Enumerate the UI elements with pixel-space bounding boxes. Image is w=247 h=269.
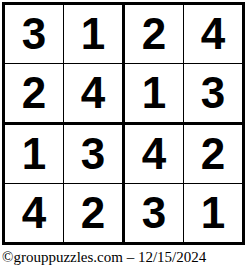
copyright-credit: ©grouppuzzles.com – 12/15/2024 (2, 249, 206, 266)
cell-r1c2[interactable]: 1 (64, 5, 125, 64)
cell-r4c3[interactable]: 3 (125, 184, 184, 242)
cell-r2c4[interactable]: 3 (184, 64, 242, 125)
cell-r1c3[interactable]: 2 (125, 5, 184, 64)
cell-r3c1[interactable]: 1 (5, 125, 64, 184)
cell-r2c1[interactable]: 2 (5, 64, 64, 125)
cell-r4c2[interactable]: 2 (64, 184, 125, 242)
puzzle-page: 3 1 2 4 2 4 1 3 1 3 4 2 4 2 3 1 ©grouppu… (0, 0, 247, 269)
cell-r2c3[interactable]: 1 (125, 64, 184, 125)
cell-r4c1[interactable]: 4 (5, 184, 64, 242)
cell-r1c4[interactable]: 4 (184, 5, 242, 64)
cell-r3c4[interactable]: 2 (184, 125, 242, 184)
cell-r4c4[interactable]: 1 (184, 184, 242, 242)
cell-r3c2[interactable]: 3 (64, 125, 125, 184)
cell-r3c3[interactable]: 4 (125, 125, 184, 184)
cell-r2c2[interactable]: 4 (64, 64, 125, 125)
cell-r1c1[interactable]: 3 (5, 5, 64, 64)
sudoku-board: 3 1 2 4 2 4 1 3 1 3 4 2 4 2 3 1 (2, 2, 245, 245)
